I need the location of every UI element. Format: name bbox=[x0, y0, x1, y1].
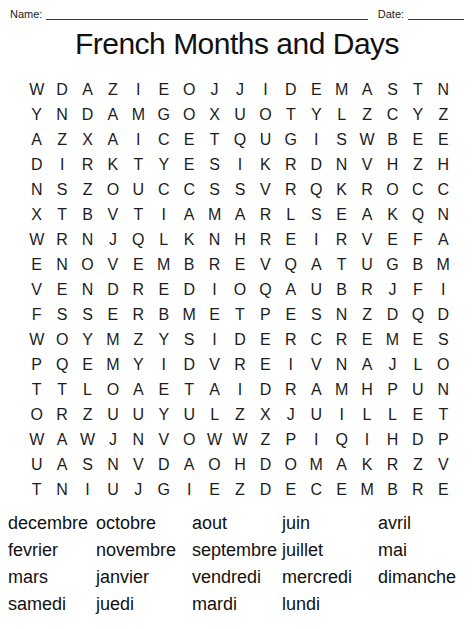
grid-cell[interactable]: R bbox=[49, 227, 74, 252]
grid-cell[interactable]: D bbox=[304, 152, 329, 177]
grid-cell[interactable]: V bbox=[24, 277, 49, 302]
grid-cell[interactable]: L bbox=[329, 102, 354, 127]
grid-cell[interactable]: B bbox=[380, 477, 405, 502]
grid-cell[interactable]: R bbox=[278, 177, 303, 202]
grid-cell[interactable]: J bbox=[100, 427, 125, 452]
grid-cell[interactable]: N bbox=[49, 252, 74, 277]
grid-cell[interactable]: O bbox=[176, 102, 201, 127]
grid-cell[interactable]: N bbox=[431, 202, 456, 227]
grid-cell[interactable]: M bbox=[176, 302, 201, 327]
grid-cell[interactable]: L bbox=[354, 402, 379, 427]
grid-cell[interactable]: N bbox=[431, 377, 456, 402]
grid-cell[interactable]: U bbox=[304, 277, 329, 302]
grid-cell[interactable]: G bbox=[151, 102, 176, 127]
grid-cell[interactable]: W bbox=[354, 127, 379, 152]
grid-cell[interactable]: O bbox=[100, 177, 125, 202]
grid-cell[interactable]: Z bbox=[49, 127, 74, 152]
grid-cell[interactable]: E bbox=[151, 377, 176, 402]
grid-cell[interactable]: X bbox=[253, 402, 278, 427]
grid-cell[interactable]: V bbox=[202, 352, 227, 377]
grid-cell[interactable]: I bbox=[227, 152, 252, 177]
grid-cell[interactable]: U bbox=[100, 477, 125, 502]
grid-cell[interactable]: E bbox=[227, 252, 252, 277]
grid-cell[interactable]: O bbox=[75, 252, 100, 277]
grid-cell[interactable]: D bbox=[380, 302, 405, 327]
grid-cell[interactable]: M bbox=[380, 327, 405, 352]
grid-cell[interactable]: E bbox=[253, 327, 278, 352]
grid-cell[interactable]: Z bbox=[75, 177, 100, 202]
grid-cell[interactable]: D bbox=[176, 352, 201, 377]
grid-cell[interactable]: A bbox=[431, 227, 456, 252]
grid-cell[interactable]: L bbox=[278, 202, 303, 227]
grid-cell[interactable]: I bbox=[126, 77, 151, 102]
grid-cell[interactable]: E bbox=[176, 127, 201, 152]
grid-cell[interactable]: V bbox=[253, 252, 278, 277]
grid-cell[interactable]: S bbox=[227, 177, 252, 202]
grid-cell[interactable]: R bbox=[49, 402, 74, 427]
grid-cell[interactable]: O bbox=[278, 452, 303, 477]
grid-cell[interactable]: M bbox=[126, 102, 151, 127]
grid-cell[interactable]: A bbox=[354, 77, 379, 102]
grid-cell[interactable]: A bbox=[49, 427, 74, 452]
grid-cell[interactable]: S bbox=[49, 302, 74, 327]
grid-cell[interactable]: F bbox=[405, 227, 430, 252]
grid-cell[interactable]: L bbox=[380, 402, 405, 427]
grid-cell[interactable]: T bbox=[405, 77, 430, 102]
grid-cell[interactable]: D bbox=[253, 377, 278, 402]
grid-cell[interactable]: V bbox=[431, 452, 456, 477]
grid-cell[interactable]: R bbox=[405, 477, 430, 502]
grid-cell[interactable]: A bbox=[227, 202, 252, 227]
grid-cell[interactable]: H bbox=[380, 427, 405, 452]
grid-cell[interactable]: Z bbox=[405, 452, 430, 477]
grid-cell[interactable]: I bbox=[304, 127, 329, 152]
grid-cell[interactable]: L bbox=[151, 227, 176, 252]
grid-cell[interactable]: E bbox=[253, 352, 278, 377]
grid-cell[interactable]: R bbox=[329, 227, 354, 252]
grid-cell[interactable]: D bbox=[151, 452, 176, 477]
grid-cell[interactable]: T bbox=[431, 402, 456, 427]
grid-cell[interactable]: Q bbox=[405, 202, 430, 227]
grid-cell[interactable]: Q bbox=[253, 277, 278, 302]
grid-cell[interactable]: S bbox=[49, 177, 74, 202]
grid-cell[interactable]: R bbox=[354, 277, 379, 302]
grid-cell[interactable]: Z bbox=[405, 152, 430, 177]
word-list-item: juillet bbox=[282, 537, 378, 564]
grid-cell[interactable]: S bbox=[380, 77, 405, 102]
grid-cell[interactable]: W bbox=[24, 427, 49, 452]
grid-cell[interactable]: B bbox=[329, 277, 354, 302]
grid-cell[interactable]: Q bbox=[227, 127, 252, 152]
grid-cell[interactable]: E bbox=[405, 402, 430, 427]
grid-cell[interactable]: D bbox=[100, 277, 125, 302]
grid-cell[interactable]: F bbox=[405, 277, 430, 302]
grid-cell[interactable]: E bbox=[405, 327, 430, 352]
grid-cell[interactable]: U bbox=[253, 127, 278, 152]
name-label: Name: bbox=[10, 8, 42, 20]
grid-cell[interactable]: B bbox=[176, 252, 201, 277]
grid-cell[interactable]: A bbox=[304, 252, 329, 277]
grid-cell[interactable]: R bbox=[278, 377, 303, 402]
grid-cell[interactable]: F bbox=[24, 302, 49, 327]
grid-cell[interactable]: B bbox=[151, 302, 176, 327]
grid-cell[interactable]: R bbox=[126, 277, 151, 302]
grid-cell[interactable]: I bbox=[126, 127, 151, 152]
grid-cell[interactable]: S bbox=[176, 327, 201, 352]
grid-cell[interactable]: C bbox=[304, 477, 329, 502]
grid-cell[interactable]: L bbox=[75, 377, 100, 402]
grid-cell[interactable]: S bbox=[202, 177, 227, 202]
grid-cell[interactable]: N bbox=[49, 102, 74, 127]
grid-cell[interactable]: B bbox=[75, 202, 100, 227]
grid-cell[interactable]: Q bbox=[329, 427, 354, 452]
grid-cell[interactable]: E bbox=[354, 327, 379, 352]
grid-cell[interactable]: L bbox=[202, 402, 227, 427]
word-list-item: samedi bbox=[8, 591, 96, 618]
grid-cell[interactable]: M bbox=[304, 452, 329, 477]
grid-cell[interactable]: D bbox=[227, 327, 252, 352]
grid-cell[interactable]: Y bbox=[151, 152, 176, 177]
grid-cell[interactable]: X bbox=[202, 102, 227, 127]
grid-cell[interactable]: M bbox=[329, 77, 354, 102]
grid-cell[interactable]: A bbox=[278, 277, 303, 302]
grid-cell[interactable]: V bbox=[354, 227, 379, 252]
grid-cell[interactable]: D bbox=[176, 277, 201, 302]
grid-cell[interactable]: O bbox=[202, 452, 227, 477]
grid-cell[interactable]: A bbox=[176, 202, 201, 227]
grid-cell[interactable]: M bbox=[202, 202, 227, 227]
grid-cell[interactable]: N bbox=[431, 77, 456, 102]
grid-cell[interactable]: E bbox=[278, 477, 303, 502]
grid-cell[interactable]: I bbox=[151, 352, 176, 377]
grid-cell[interactable]: E bbox=[49, 277, 74, 302]
grid-cell[interactable]: C bbox=[151, 177, 176, 202]
grid-cell[interactable]: G bbox=[278, 127, 303, 152]
grid-cell[interactable]: M bbox=[431, 252, 456, 277]
grid-cell[interactable]: Z bbox=[354, 102, 379, 127]
grid-cell[interactable]: V bbox=[151, 427, 176, 452]
grid-cell[interactable]: E bbox=[151, 277, 176, 302]
grid-cell[interactable]: W bbox=[24, 77, 49, 102]
grid-cell[interactable]: T bbox=[49, 377, 74, 402]
grid-cell[interactable]: U bbox=[227, 102, 252, 127]
worksheet-header: Name: Date: bbox=[0, 0, 474, 20]
grid-cell[interactable]: T bbox=[329, 252, 354, 277]
grid-cell[interactable]: W bbox=[24, 227, 49, 252]
grid-cell[interactable]: J bbox=[380, 277, 405, 302]
grid-cell[interactable]: H bbox=[380, 152, 405, 177]
grid-cell[interactable]: C bbox=[304, 327, 329, 352]
grid-cell[interactable]: A bbox=[75, 77, 100, 102]
grid-cell[interactable]: E bbox=[329, 477, 354, 502]
grid-cell[interactable]: I bbox=[151, 202, 176, 227]
grid-cell[interactable]: O bbox=[176, 427, 201, 452]
grid-cell[interactable]: T bbox=[227, 302, 252, 327]
grid-cell[interactable]: T bbox=[176, 377, 201, 402]
name-blank-line bbox=[46, 8, 367, 20]
grid-cell[interactable]: M bbox=[100, 327, 125, 352]
grid-cell[interactable]: G bbox=[151, 477, 176, 502]
grid-cell[interactable]: Z bbox=[227, 477, 252, 502]
grid-cell[interactable]: U bbox=[405, 377, 430, 402]
grid-cell[interactable]: E bbox=[329, 202, 354, 227]
grid-cell[interactable]: V bbox=[100, 252, 125, 277]
grid-cell[interactable]: S bbox=[431, 327, 456, 352]
grid-cell[interactable]: Y bbox=[405, 102, 430, 127]
grid-cell[interactable]: N bbox=[329, 152, 354, 177]
grid-cell[interactable]: Y bbox=[151, 402, 176, 427]
grid-cell[interactable]: H bbox=[227, 227, 252, 252]
grid-cell[interactable]: Q bbox=[405, 302, 430, 327]
grid-cell[interactable]: I bbox=[329, 402, 354, 427]
grid-cell[interactable]: M bbox=[329, 377, 354, 402]
grid-cell[interactable]: B bbox=[380, 127, 405, 152]
grid-cell[interactable]: E bbox=[278, 227, 303, 252]
grid-cell[interactable]: H bbox=[227, 452, 252, 477]
grid-cell[interactable]: D bbox=[253, 477, 278, 502]
grid-cell[interactable]: A bbox=[49, 452, 74, 477]
grid-cell[interactable]: R bbox=[253, 202, 278, 227]
grid-cell[interactable]: P bbox=[431, 427, 456, 452]
grid-cell[interactable]: L bbox=[405, 352, 430, 377]
grid-cell[interactable]: U bbox=[304, 402, 329, 427]
grid-cell[interactable]: Z bbox=[126, 327, 151, 352]
grid-cell[interactable]: Z bbox=[431, 102, 456, 127]
grid-cell[interactable]: E bbox=[431, 477, 456, 502]
grid-cell[interactable]: O bbox=[253, 102, 278, 127]
word-list-item: novembre bbox=[96, 537, 192, 564]
grid-cell[interactable]: E bbox=[151, 77, 176, 102]
grid-cell[interactable]: I bbox=[304, 427, 329, 452]
grid-cell[interactable]: I bbox=[202, 327, 227, 352]
grid-cell[interactable]: O bbox=[49, 327, 74, 352]
grid-cell[interactable]: I bbox=[278, 352, 303, 377]
grid-cell[interactable]: A bbox=[354, 202, 379, 227]
grid-cell[interactable]: Y bbox=[304, 102, 329, 127]
grid-cell[interactable]: I bbox=[176, 477, 201, 502]
grid-cell[interactable]: S bbox=[75, 452, 100, 477]
grid-cell[interactable]: H bbox=[431, 152, 456, 177]
grid-cell[interactable]: J bbox=[202, 77, 227, 102]
grid-cell[interactable]: U bbox=[176, 402, 201, 427]
grid-cell[interactable]: Z bbox=[354, 302, 379, 327]
grid-cell[interactable]: I bbox=[202, 277, 227, 302]
letter-grid: WDAZIEOJJIDEMASTNYNDAMGOXUOTYLZCYZAZXAIC… bbox=[24, 77, 456, 502]
grid-cell[interactable]: U bbox=[354, 252, 379, 277]
grid-cell[interactable]: I bbox=[304, 227, 329, 252]
grid-cell[interactable]: K bbox=[176, 227, 201, 252]
grid-cell[interactable]: S bbox=[304, 302, 329, 327]
grid-cell[interactable]: X bbox=[75, 127, 100, 152]
grid-cell[interactable]: E bbox=[431, 127, 456, 152]
grid-cell[interactable]: D bbox=[253, 452, 278, 477]
grid-cell[interactable]: R bbox=[202, 252, 227, 277]
grid-cell[interactable]: O bbox=[380, 177, 405, 202]
grid-cell[interactable]: D bbox=[24, 152, 49, 177]
grid-cell[interactable]: J bbox=[278, 402, 303, 427]
grid-cell[interactable]: C bbox=[405, 177, 430, 202]
grid-cell[interactable]: E bbox=[278, 302, 303, 327]
grid-cell[interactable]: Y bbox=[151, 327, 176, 352]
grid-cell[interactable]: A bbox=[354, 352, 379, 377]
grid-cell[interactable]: T bbox=[126, 152, 151, 177]
grid-cell[interactable]: N bbox=[126, 427, 151, 452]
grid-cell[interactable]: T bbox=[126, 202, 151, 227]
word-list-item: aout bbox=[192, 510, 282, 537]
grid-cell[interactable]: N bbox=[329, 352, 354, 377]
grid-cell[interactable]: J bbox=[126, 477, 151, 502]
grid-cell[interactable]: E bbox=[380, 227, 405, 252]
grid-cell[interactable]: V bbox=[126, 452, 151, 477]
grid-cell[interactable]: I bbox=[431, 277, 456, 302]
grid-cell[interactable]: N bbox=[329, 302, 354, 327]
grid-cell[interactable]: Q bbox=[304, 177, 329, 202]
grid-cell[interactable]: W bbox=[227, 427, 252, 452]
grid-cell[interactable]: S bbox=[75, 302, 100, 327]
grid-cell[interactable]: E bbox=[24, 252, 49, 277]
grid-cell[interactable]: O bbox=[100, 377, 125, 402]
grid-cell[interactable]: E bbox=[202, 477, 227, 502]
grid-cell[interactable]: E bbox=[100, 302, 125, 327]
grid-cell[interactable]: K bbox=[354, 452, 379, 477]
grid-cell[interactable]: V bbox=[253, 177, 278, 202]
grid-cell[interactable]: A bbox=[24, 127, 49, 152]
grid-cell[interactable]: Y bbox=[75, 327, 100, 352]
grid-cell[interactable]: R bbox=[354, 177, 379, 202]
grid-cell[interactable]: X bbox=[24, 202, 49, 227]
grid-cell[interactable]: Z bbox=[100, 77, 125, 102]
grid-cell[interactable]: U bbox=[100, 402, 125, 427]
grid-cell[interactable]: Q bbox=[126, 227, 151, 252]
grid-cell[interactable]: Z bbox=[75, 402, 100, 427]
grid-cell[interactable]: C bbox=[431, 177, 456, 202]
grid-cell[interactable]: Q bbox=[49, 352, 74, 377]
grid-cell[interactable]: H bbox=[354, 377, 379, 402]
grid-cell[interactable]: R bbox=[278, 327, 303, 352]
grid-cell[interactable]: I bbox=[49, 152, 74, 177]
grid-cell[interactable]: D bbox=[75, 102, 100, 127]
grid-cell[interactable]: T bbox=[24, 477, 49, 502]
grid-cell[interactable]: M bbox=[100, 352, 125, 377]
grid-cell[interactable]: V bbox=[100, 202, 125, 227]
grid-cell[interactable]: M bbox=[151, 252, 176, 277]
grid-cell[interactable]: S bbox=[202, 152, 227, 177]
grid-cell[interactable]: K bbox=[100, 152, 125, 177]
grid-cell[interactable]: J bbox=[227, 77, 252, 102]
grid-cell[interactable]: O bbox=[227, 277, 252, 302]
grid-cell[interactable]: D bbox=[278, 77, 303, 102]
grid-cell[interactable]: R bbox=[278, 152, 303, 177]
grid-cell[interactable]: A bbox=[304, 377, 329, 402]
grid-cell[interactable]: J bbox=[380, 352, 405, 377]
grid-cell[interactable]: U bbox=[126, 177, 151, 202]
grid-cell[interactable]: V bbox=[304, 352, 329, 377]
grid-cell[interactable]: N bbox=[202, 227, 227, 252]
grid-cell[interactable]: P bbox=[24, 352, 49, 377]
grid-cell[interactable]: G bbox=[380, 252, 405, 277]
grid-cell[interactable]: Y bbox=[126, 352, 151, 377]
grid-cell[interactable]: I bbox=[227, 377, 252, 402]
grid-cell[interactable]: P bbox=[253, 302, 278, 327]
grid-cell[interactable]: I bbox=[354, 427, 379, 452]
grid-cell[interactable]: Q bbox=[278, 252, 303, 277]
grid-cell[interactable]: N bbox=[75, 277, 100, 302]
grid-cell[interactable]: T bbox=[24, 377, 49, 402]
grid-cell[interactable]: A bbox=[176, 452, 201, 477]
grid-cell[interactable]: D bbox=[49, 77, 74, 102]
grid-cell[interactable]: M bbox=[354, 477, 379, 502]
grid-cell[interactable]: W bbox=[24, 327, 49, 352]
grid-cell[interactable]: T bbox=[202, 127, 227, 152]
grid-cell[interactable]: Y bbox=[24, 102, 49, 127]
grid-cell[interactable]: W bbox=[202, 427, 227, 452]
grid-cell[interactable]: E bbox=[202, 302, 227, 327]
grid-cell[interactable]: T bbox=[49, 202, 74, 227]
grid-cell[interactable]: K bbox=[329, 177, 354, 202]
grid-cell[interactable]: I bbox=[253, 77, 278, 102]
grid-cell[interactable]: V bbox=[354, 152, 379, 177]
grid-cell[interactable]: U bbox=[24, 452, 49, 477]
grid-cell[interactable]: O bbox=[176, 77, 201, 102]
grid-cell[interactable]: U bbox=[126, 402, 151, 427]
grid-cell[interactable]: R bbox=[253, 227, 278, 252]
grid-cell[interactable]: R bbox=[227, 352, 252, 377]
grid-cell[interactable]: C bbox=[380, 102, 405, 127]
grid-cell[interactable]: D bbox=[431, 302, 456, 327]
grid-cell[interactable]: O bbox=[24, 402, 49, 427]
grid-cell[interactable]: A bbox=[100, 102, 125, 127]
grid-cell[interactable]: P bbox=[380, 377, 405, 402]
grid-cell[interactable]: C bbox=[176, 177, 201, 202]
grid-cell[interactable]: W bbox=[75, 427, 100, 452]
grid-cell[interactable]: N bbox=[100, 452, 125, 477]
grid-cell[interactable]: A bbox=[202, 377, 227, 402]
page-title: French Months and Days bbox=[0, 26, 474, 62]
grid-cell[interactable]: E bbox=[304, 77, 329, 102]
grid-cell[interactable]: O bbox=[431, 352, 456, 377]
grid-cell[interactable]: J bbox=[100, 227, 125, 252]
grid-cell[interactable]: R bbox=[75, 152, 100, 177]
grid-cell[interactable]: R bbox=[380, 452, 405, 477]
grid-cell[interactable]: R bbox=[126, 302, 151, 327]
grid-cell[interactable]: E bbox=[75, 352, 100, 377]
word-list-item: dimanche bbox=[378, 564, 470, 591]
grid-cell[interactable]: E bbox=[405, 127, 430, 152]
grid-cell[interactable]: C bbox=[151, 127, 176, 152]
grid-cell[interactable]: S bbox=[304, 202, 329, 227]
grid-cell[interactable]: Z bbox=[253, 427, 278, 452]
grid-cell[interactable]: K bbox=[380, 202, 405, 227]
grid-cell[interactable]: T bbox=[278, 102, 303, 127]
grid-cell[interactable]: E bbox=[126, 252, 151, 277]
grid-cell[interactable]: A bbox=[126, 377, 151, 402]
grid-cell[interactable]: P bbox=[278, 427, 303, 452]
grid-cell[interactable]: A bbox=[100, 127, 125, 152]
grid-cell[interactable]: N bbox=[24, 177, 49, 202]
grid-cell[interactable]: Z bbox=[227, 402, 252, 427]
grid-cell[interactable]: B bbox=[405, 252, 430, 277]
date-blank-line bbox=[408, 8, 464, 20]
grid-cell[interactable]: S bbox=[329, 127, 354, 152]
grid-cell[interactable]: E bbox=[176, 152, 201, 177]
grid-cell[interactable]: K bbox=[253, 152, 278, 177]
grid-cell[interactable]: D bbox=[405, 427, 430, 452]
grid-cell[interactable]: I bbox=[75, 477, 100, 502]
grid-cell[interactable]: R bbox=[329, 327, 354, 352]
grid-cell[interactable]: N bbox=[75, 227, 100, 252]
grid-cell[interactable]: N bbox=[49, 477, 74, 502]
grid-cell[interactable]: A bbox=[329, 452, 354, 477]
